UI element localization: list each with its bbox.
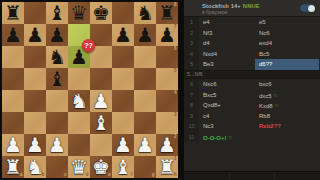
square-b1[interactable]: b♞ [24,156,46,178]
white-bishop-f1[interactable]: ♝ [112,156,134,178]
square-h2[interactable]: 2♟ [156,134,178,156]
square-g5[interactable] [134,68,156,90]
move-row: 11O-O-O+!○ [184,132,320,143]
square-c6[interactable]: ♞ [46,46,68,68]
square-d8[interactable]: ♛ [68,2,90,24]
square-a2[interactable]: ♟ [2,134,24,156]
square-e4[interactable]: ♟ [90,90,112,112]
black-pawn-g7[interactable]: ♟ [134,24,156,46]
variation-line[interactable]: 5…Nf6 [184,70,320,80]
black-move-6[interactable]: bxc6 [255,79,319,90]
move-san: Bc5 [259,51,269,57]
white-move-1[interactable]: e4 [199,17,255,28]
move-san: Nc3 [203,123,214,129]
square-g4[interactable] [134,90,156,112]
square-h1[interactable]: 1h♜ [156,156,178,178]
move-row: 1e4e5 [184,17,320,28]
move-row: 7Bxc5dxc5○ [184,90,320,101]
square-a3[interactable] [2,112,24,134]
square-h3[interactable]: 3 [156,112,178,134]
move-san: Nf3 [203,30,212,36]
move-row: 2Nf3Nc6 [184,28,320,39]
move-san: Nc6 [259,30,270,36]
move-san: c4 [203,113,209,119]
white-pawn-g2[interactable]: ♟ [134,134,156,156]
square-d5[interactable] [68,68,90,90]
move-san: Bxc5 [203,92,216,98]
move-san: Be3 [203,61,214,67]
white-pawn-a2[interactable]: ♟ [2,134,24,156]
black-pawn-b7[interactable]: ♟ [24,24,46,46]
bottom-toolbar[interactable] [184,171,320,180]
white-knight-d4[interactable]: ♞ [68,90,90,112]
move-number: 6 [184,79,199,90]
square-b5[interactable] [24,68,46,90]
rank-coordinate: 5 [174,69,177,74]
square-h5[interactable]: 5 [156,68,178,90]
black-move-1[interactable]: e5 [255,17,319,28]
move-san: dxc5 [259,92,272,98]
white-pawn-c2[interactable]: ♟ [46,134,68,156]
move-number: 9 [184,111,199,122]
black-move-3[interactable]: exd4 [255,38,319,49]
white-move-4[interactable]: Nxd4 [199,49,255,60]
square-a7[interactable]: ♟ [2,24,24,46]
white-pawn-b2[interactable]: ♟ [24,134,46,156]
white-king-e1[interactable]: ♚ [90,156,112,178]
square-e2[interactable] [90,134,112,156]
file-coordinate: g [152,173,155,178]
engine-toggle[interactable] [300,4,315,12]
move-number: 10 [184,121,199,132]
engine-toggle-knob [308,5,315,12]
square-g1[interactable]: g [134,156,156,178]
black-move-9[interactable]: Rb8 [255,111,319,122]
square-f2[interactable]: ♟ [112,134,134,156]
white-move-7[interactable]: Bxc5 [199,90,255,101]
good-move-circle-icon: ○ [274,92,277,98]
move-san: Rb8 [259,113,270,119]
move-number: 7 [184,90,199,101]
square-f6[interactable] [112,46,134,68]
engine-nnue-badge: NNUE [243,3,260,9]
move-number: 2 [184,28,199,39]
white-move-9[interactable]: c4 [199,111,255,122]
square-d4[interactable]: ♞ [68,90,90,112]
white-knight-b1[interactable]: ♞ [24,156,46,178]
black-rook-h8[interactable]: ♜ [156,2,178,24]
square-a1[interactable]: a♜ [2,156,24,178]
good-move-circle-icon: ○ [275,102,278,108]
square-h4[interactable]: 4 [156,90,178,112]
square-e8[interactable]: ♚ [90,2,112,24]
black-rook-a8[interactable]: ♜ [2,2,24,24]
square-f5[interactable] [112,68,134,90]
square-g8[interactable]: ♞ [134,2,156,24]
good-move-circle-icon: ○ [229,134,232,140]
square-f1[interactable]: f♝ [112,156,134,178]
move-row: 9c4Rb8 [184,111,320,122]
black-pawn-c7[interactable]: ♟ [46,24,68,46]
move-san: Nxc6 [203,81,217,87]
square-h8[interactable]: 8♜ [156,2,178,24]
move-row: 4Nxd4Bc5 [184,49,320,60]
white-move-2[interactable]: Nf3 [199,28,255,39]
black-move-11[interactable] [255,132,319,143]
blunder-glyph-badge: ?? [82,39,95,52]
move-san: O-O-O+! [203,134,227,140]
file-coordinate: c [64,173,67,178]
square-g6[interactable] [134,46,156,68]
white-pawn-e4[interactable]: ♟ [90,90,112,112]
black-move-8[interactable]: Kxd8○ [255,100,319,111]
square-e1[interactable]: e♚ [90,156,112,178]
square-c2[interactable]: ♟ [46,134,68,156]
move-number: 4 [184,49,199,60]
square-d3[interactable] [68,112,90,134]
move-number: 11 [184,132,199,143]
black-bishop-c5[interactable]: ♝ [46,68,68,90]
move-san: d4 [203,40,210,46]
square-d2[interactable] [68,134,90,156]
toolbar-segment[interactable] [275,172,320,180]
move-row: 6Nxc6bxc6 [184,79,320,90]
black-move-10[interactable]: Rxb2?? [255,121,319,132]
move-san: exd4 [259,40,272,46]
black-move-4[interactable]: Bc5 [255,49,319,60]
move-number: 5 [184,59,199,70]
move-row: 8Qxd8+Kxd8○ [184,100,320,111]
analysis-screen: ♜♝♛♚♞8♜♟♟♟♟♟7♟♞♟6♝5♞♟4♝3♟♟♟♟♟2♟a♜b♞cd♛e♚… [0,0,320,180]
square-a6[interactable] [2,46,24,68]
square-f7[interactable]: ♟ [112,24,134,46]
black-bishop-c8[interactable]: ♝ [46,2,68,24]
black-move-5[interactable]: d6?? [255,59,319,70]
square-b8[interactable] [24,2,46,24]
black-move-2[interactable]: Nc6 [255,28,319,39]
toolbar-segment[interactable] [230,172,276,180]
black-knight-g8[interactable]: ♞ [134,2,156,24]
square-b2[interactable]: ♟ [24,134,46,156]
white-move-10[interactable]: Nc3 [199,121,255,132]
white-move-6[interactable]: Nxc6 [199,79,255,90]
square-b4[interactable] [24,90,46,112]
square-a5[interactable] [2,68,24,90]
square-g3[interactable] [134,112,156,134]
engine-name-text: Stockfish 14+ [202,3,241,9]
square-a8[interactable]: ♜ [2,2,24,24]
move-number: 3 [184,38,199,49]
square-b3[interactable] [24,112,46,134]
move-number: 8 [184,100,199,111]
square-g7[interactable]: ♟ [134,24,156,46]
square-b6[interactable] [24,46,46,68]
move-san: d6?? [259,61,272,67]
rank-coordinate: 3 [174,113,177,118]
analysis-panel: Stockfish 14+NNUE в браузере 1e4e52Nf3Nc… [184,0,320,180]
move-list: 1e4e52Nf3Nc63d4exd44Nxd4Bc55Be3d6??5…Nf6… [184,17,320,142]
square-e5[interactable] [90,68,112,90]
square-c4[interactable] [46,90,68,112]
move-san: bxc6 [259,81,272,87]
toolbar-segment[interactable] [184,172,230,180]
move-san: Qxd8+ [203,102,221,108]
black-queen-d8[interactable]: ♛ [68,2,90,24]
move-san: e4 [203,19,210,25]
engine-header: Stockfish 14+NNUE в браузере [184,0,320,17]
square-f8[interactable] [112,2,134,24]
move-number: 1 [184,17,199,28]
black-king-e8[interactable]: ♚ [90,2,112,24]
square-h6[interactable]: 6 [156,46,178,68]
rank-coordinate: 4 [174,91,177,96]
black-move-7[interactable]: dxc5○ [255,90,319,101]
white-move-11[interactable]: O-O-O+!○ [199,132,255,143]
white-pawn-h2[interactable]: ♟ [156,134,178,156]
square-c8[interactable]: ♝ [46,2,68,24]
rank-coordinate: 6 [174,47,177,52]
square-e3[interactable]: ♝ [90,112,112,134]
move-row: 3d4exd4 [184,38,320,49]
move-san: e5 [259,19,266,25]
square-c1[interactable]: c [46,156,68,178]
square-b7[interactable]: ♟ [24,24,46,46]
square-c7[interactable]: ♟ [46,24,68,46]
black-pawn-f7[interactable]: ♟ [112,24,134,46]
move-san: Nxd4 [203,51,217,57]
black-pawn-a7[interactable]: ♟ [2,24,24,46]
white-move-5[interactable]: Be3 [199,59,255,70]
move-san: Rxb2?? [259,123,281,129]
black-knight-c6[interactable]: ♞ [46,46,68,68]
white-rook-h1[interactable]: ♜ [156,156,178,178]
white-bishop-e3[interactable]: ♝ [90,112,112,134]
square-g2[interactable]: ♟ [134,134,156,156]
square-c3[interactable] [46,112,68,134]
square-h7[interactable]: 7♟ [156,24,178,46]
square-f4[interactable] [112,90,134,112]
black-pawn-h7[interactable]: ♟ [156,24,178,46]
white-pawn-f2[interactable]: ♟ [112,134,134,156]
white-move-8[interactable]: Qxd8+ [199,100,255,111]
square-f3[interactable] [112,112,134,134]
square-c5[interactable]: ♝ [46,68,68,90]
move-san: Kxd8 [259,103,273,109]
white-queen-d1[interactable]: ♛ [68,156,90,178]
move-row: 10Nc3Rxb2?? [184,121,320,132]
white-rook-a1[interactable]: ♜ [2,156,24,178]
white-move-3[interactable]: d4 [199,38,255,49]
square-a4[interactable] [2,90,24,112]
move-row: 5Be3d6?? [184,59,320,70]
square-d1[interactable]: d♛ [68,156,90,178]
chess-board[interactable]: ♜♝♛♚♞8♜♟♟♟♟♟7♟♞♟6♝5♞♟4♝3♟♟♟♟♟2♟a♜b♞cd♛e♚… [2,2,178,178]
